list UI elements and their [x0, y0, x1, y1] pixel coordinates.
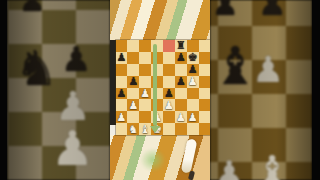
square-h2: [199, 111, 210, 123]
square-a5: [116, 76, 128, 88]
piece-b5-black-pawn: ♟: [128, 76, 138, 87]
piece-g2-white-pawn: ♟: [188, 112, 198, 123]
bg-black-pawn: ♟: [258, 0, 287, 20]
piece-f8-black-rook: ♜: [176, 40, 186, 51]
square-c7: [139, 52, 151, 64]
bg-black-pawn: ♟: [212, 0, 239, 20]
bg-white-pawn: ♟: [51, 124, 94, 172]
square-h4: [199, 88, 210, 100]
piece-b1-white-knight: ♞: [128, 124, 138, 135]
square-b2: [127, 111, 139, 123]
square-b6: [127, 64, 139, 76]
square-h7: [199, 52, 210, 64]
square-c2: [139, 111, 151, 123]
square-f5: ♟: [175, 76, 187, 88]
square-b4: [127, 88, 139, 100]
square-e7: [163, 52, 175, 64]
left-black-bar: [0, 0, 7, 180]
square-b1: ♞: [127, 123, 139, 135]
square-e4: ♟: [163, 88, 175, 100]
square-g4: [187, 88, 199, 100]
background-right-panel: ♟♟♝♟♟♝: [210, 0, 312, 180]
square-f7: ♟: [175, 52, 187, 64]
piece-c4-white-pawn: ♟: [140, 88, 150, 99]
square-g7: ♚: [187, 52, 199, 64]
square-b8: [127, 40, 139, 52]
piece-a2-white-pawn: ♟: [117, 112, 127, 123]
best-move-arrow: [153, 44, 157, 126]
square-b3: ♟: [127, 99, 139, 111]
bg-black-knight: ♞: [15, 44, 58, 92]
piece-a7-black-pawn: ♟: [117, 52, 127, 63]
square-f2: ♟: [175, 111, 187, 123]
square-h6: [199, 64, 210, 76]
square-f1: [175, 123, 187, 135]
square-a1: [116, 123, 128, 135]
square-a6: [116, 64, 128, 76]
square-a2: ♟: [116, 111, 128, 123]
bg-black-pawn: ♟: [61, 42, 91, 76]
square-b7: [127, 52, 139, 64]
bg-white-pawn: ♟: [214, 156, 244, 180]
square-g6: ♟: [187, 64, 199, 76]
square-h1: [199, 123, 210, 135]
chess-board: ♜♟♟♚♟♟♟♟♟♟♟♟♟♟♟♟♟♞♝♚: [116, 40, 211, 135]
piece-b3-white-pawn: ♟: [128, 100, 138, 111]
square-g1: [187, 123, 199, 135]
square-a4: ♟: [116, 88, 128, 100]
piece-a4-black-pawn: ♟: [117, 88, 127, 99]
square-e1: [163, 123, 175, 135]
falling-piece-tip: [188, 171, 195, 180]
video-strip[interactable]: ♜♟♟♚♟♟♟♟♟♟♟♟♟♟♟♟♟♞♝♚: [110, 0, 210, 180]
square-h5: [199, 76, 210, 88]
square-g3: [187, 99, 199, 111]
piece-g7-black-king: ♚: [188, 52, 198, 63]
piece-g6-black-pawn: ♟: [188, 64, 198, 75]
bg-white-bishop: ♝: [254, 150, 290, 180]
square-e2: [163, 111, 175, 123]
square-c8: [139, 40, 151, 52]
falling-white-piece: [181, 138, 198, 173]
square-c5: [139, 76, 151, 88]
bg-gray-pawn: ♟: [252, 52, 284, 88]
square-b5: ♟: [127, 76, 139, 88]
square-a3: [116, 99, 128, 111]
square-g2: ♟: [187, 111, 199, 123]
square-f6: [175, 64, 187, 76]
piece-f5-black-pawn: ♟: [176, 76, 186, 87]
bg-black-pawn: ♟: [19, 0, 46, 16]
square-a7: ♟: [116, 52, 128, 64]
square-e5: [163, 76, 175, 88]
square-c4: ♟: [139, 88, 151, 100]
square-c6: [139, 64, 151, 76]
piece-f2-white-pawn: ♟: [176, 112, 186, 123]
best-move-arrowhead: [150, 126, 160, 133]
background-left-panel: ♟♞♟♟♟: [7, 0, 110, 180]
square-c3: [139, 99, 151, 111]
square-e6: [163, 64, 175, 76]
right-black-bar: [312, 0, 320, 180]
piece-e4-black-pawn: ♟: [164, 88, 174, 99]
square-h8: [199, 40, 210, 52]
piece-g5-white-pawn: ♟: [188, 76, 198, 87]
square-f3: [175, 99, 187, 111]
square-h3: [199, 99, 210, 111]
square-e8: [163, 40, 175, 52]
video-frame[interactable]: ♟♞♟♟♟ ♟♟♝♟♟♝ ♜♟♟♚♟♟♟♟♟♟♟♟♟♟♟♟♟♞♝♚: [0, 0, 320, 180]
square-g5: ♟: [187, 76, 199, 88]
square-e3: ♟: [163, 99, 175, 111]
piece-f7-black-pawn: ♟: [176, 52, 186, 63]
piece-e3-white-pawn: ♟: [164, 100, 174, 111]
green-glow: [140, 148, 166, 172]
square-f4: [175, 88, 187, 100]
